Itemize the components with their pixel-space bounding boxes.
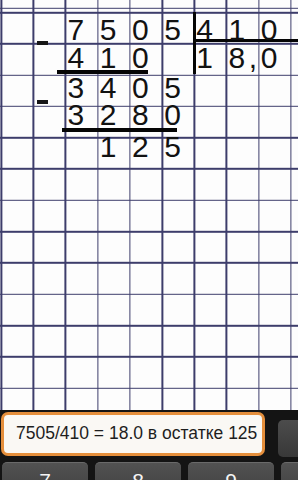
keypad-panel: 7505/410 = 18.0 в остатке 125 789 [0,410,298,480]
grid-digit-r3c3: 2 [92,99,125,130]
grid-digit-r0c3: 5 [92,14,125,45]
grid-digit-r0c8: 0 [253,14,286,45]
grid-digit-r3c2: 3 [59,99,92,130]
grid-digit-r3c5: 0 [156,99,189,130]
grid-digit-r4c5: 5 [156,131,189,162]
keyboard-key-8[interactable]: 8 [95,462,181,480]
grid-digit-r1c4: 0 [124,42,157,73]
grid-digit-r0c6: 4 [188,14,221,45]
grid-digit-r3c4: 8 [124,99,157,130]
long-division-app: , 750541041018034053280125 7505/410 = 18… [0,0,298,480]
grid-digit-r4c3: 1 [92,131,125,162]
grid-digit-r1c2: 4 [59,42,92,73]
grid-digit-r0c4: 0 [124,14,157,45]
minus-sign-2 [37,100,48,104]
grid-digit-r1c8: 0 [253,42,286,73]
keyboard-key-7[interactable]: 7 [2,462,88,480]
result-bar: 7505/410 = 18.0 в остатке 125 [1,412,265,456]
keyboard-key-cutoff[interactable] [281,462,298,480]
keyboard-key-partial[interactable] [278,420,298,457]
grid-digit-r1c6: 1 [188,42,221,73]
worksheet-grid[interactable]: , 750541041018034053280125 [0,0,298,411]
grid-digit-r1c7: 8 [220,42,253,73]
minus-sign-1 [37,41,48,45]
keyboard-key-9[interactable]: 9 [188,462,274,480]
grid-digit-r0c2: 7 [59,14,92,45]
grid-digit-r0c5: 5 [156,14,189,45]
grid-digit-r0c7: 1 [220,14,253,45]
grid-digit-r4c4: 2 [124,131,157,162]
grid-digit-r1c3: 1 [92,42,125,73]
